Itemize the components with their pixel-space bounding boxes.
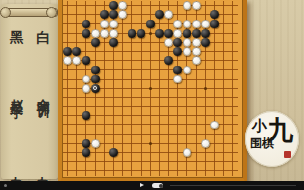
intersection-o11 [192, 93, 201, 102]
intersection-e18 [100, 157, 109, 166]
intersection-f1 [109, 1, 118, 10]
intersection-a11 [63, 93, 72, 102]
intersection-f17 [109, 148, 118, 157]
intersection-c5 [81, 38, 90, 47]
intersection-n5 [182, 38, 191, 47]
intersection-s1 [228, 1, 237, 10]
intersection-l14 [164, 120, 173, 129]
intersection-o12 [192, 102, 201, 111]
intersection-a16 [63, 139, 72, 148]
intersection-q13 [210, 111, 219, 120]
intersection-f2 [109, 10, 118, 19]
intersection-g18 [118, 157, 127, 166]
intersection-j16 [146, 139, 155, 148]
intersection-j7 [146, 56, 155, 65]
intersection-l15 [164, 130, 173, 139]
intersection-n4 [182, 29, 191, 38]
intersection-g13 [118, 111, 127, 120]
intersection-c16 [81, 139, 90, 148]
intersection-a10 [63, 84, 72, 93]
intersection-e15 [100, 130, 109, 139]
intersection-r19 [219, 166, 228, 175]
stone-black [82, 29, 91, 38]
intersection-j14 [146, 120, 155, 129]
stone-white [183, 20, 192, 29]
intersection-b11 [72, 93, 81, 102]
intersection-d6 [91, 47, 100, 56]
intersection-l13 [164, 111, 173, 120]
stone-white [173, 20, 182, 29]
intersection-c17 [81, 148, 90, 157]
stone-white [183, 1, 192, 10]
intersection-m1 [173, 1, 182, 10]
intersection-l9 [164, 75, 173, 84]
intersection-s13 [228, 111, 237, 120]
intersection-b15 [72, 130, 81, 139]
stone-black [155, 29, 164, 38]
stone-black [155, 10, 164, 19]
stone-black [173, 47, 182, 56]
intersection-m14 [173, 120, 182, 129]
intersection-o19 [192, 166, 201, 175]
intersection-q2 [210, 10, 219, 19]
intersection-j8 [146, 65, 155, 74]
intersection-n8 [182, 65, 191, 74]
intersection-m16 [173, 139, 182, 148]
intersection-f10 [109, 84, 118, 93]
intersection-p14 [201, 120, 210, 129]
intersection-a5 [63, 38, 72, 47]
stone-white [201, 139, 210, 148]
intersection-b5 [72, 38, 81, 47]
intersection-g19 [118, 166, 127, 175]
stone-black [100, 10, 109, 19]
logo-char-small: 小 [252, 117, 267, 136]
intersection-i16 [137, 139, 146, 148]
intersection-e11 [100, 93, 109, 102]
intersection-h16 [127, 139, 136, 148]
intersection-g9 [118, 75, 127, 84]
intersection-a4 [63, 29, 72, 38]
intersection-h8 [127, 65, 136, 74]
intersection-p4 [201, 29, 210, 38]
intersection-b2 [72, 10, 81, 19]
intersection-a19 [63, 166, 72, 175]
intersection-h3 [127, 19, 136, 28]
intersection-n6 [182, 47, 191, 56]
intersection-f18 [109, 157, 118, 166]
stone-white [183, 148, 192, 157]
stone-white [192, 38, 201, 47]
intersection-k9 [155, 75, 164, 84]
intersection-r7 [219, 56, 228, 65]
intersection-o4 [192, 29, 201, 38]
intersection-o16 [192, 139, 201, 148]
intersection-f3 [109, 19, 118, 28]
intersection-m6 [173, 47, 182, 56]
intersection-g5 [118, 38, 127, 47]
stone-black [109, 1, 118, 10]
intersection-s11 [228, 93, 237, 102]
intersection-c1 [81, 1, 90, 10]
intersection-e7 [100, 56, 109, 65]
intersection-e10 [100, 84, 109, 93]
intersection-i13 [137, 111, 146, 120]
intersection-r11 [219, 93, 228, 102]
stone-white [173, 75, 182, 84]
intersection-c3 [81, 19, 90, 28]
intersection-i19 [137, 166, 146, 175]
intersection-j17 [146, 148, 155, 157]
intersection-q18 [210, 157, 219, 166]
intersection-r17 [219, 148, 228, 157]
intersection-h11 [127, 93, 136, 102]
intersection-j2 [146, 10, 155, 19]
intersection-j3 [146, 19, 155, 28]
intersection-b8 [72, 65, 81, 74]
stone-black-last-move [91, 84, 100, 93]
channel-logo: 小 九 围棋 [245, 111, 299, 167]
logo-seal-stamp [284, 151, 291, 158]
intersection-s9 [228, 75, 237, 84]
stone-black [91, 38, 100, 47]
stone-black [210, 10, 219, 19]
intersection-k10 [155, 84, 164, 93]
intersection-h1 [127, 1, 136, 10]
intersection-c14 [81, 120, 90, 129]
scroll-rod-cap-right [46, 7, 57, 18]
intersection-e19 [100, 166, 109, 175]
intersection-r8 [219, 65, 228, 74]
intersection-b6 [72, 47, 81, 56]
progress-bar[interactable] [170, 185, 296, 186]
intersection-k12 [155, 102, 164, 111]
intersection-q7 [210, 56, 219, 65]
stone-black [91, 75, 100, 84]
intersection-a7 [63, 56, 72, 65]
intersection-p3 [201, 19, 210, 28]
black-player-name: 赵晨宇 [7, 88, 25, 97]
intersection-h4 [127, 29, 136, 38]
intersection-q16 [210, 139, 219, 148]
scroll-rod-cap-left [0, 7, 11, 18]
intersection-c13 [81, 111, 90, 120]
intersection-r18 [219, 157, 228, 166]
intersection-q14 [210, 120, 219, 129]
stone-white [91, 139, 100, 148]
intersection-e16 [100, 139, 109, 148]
stone-black [82, 148, 91, 157]
stone-white [192, 1, 201, 10]
intersection-m3 [173, 19, 182, 28]
intersection-h9 [127, 75, 136, 84]
intersection-p16 [201, 139, 210, 148]
stone-black [63, 47, 72, 56]
intersection-o1 [192, 1, 201, 10]
intersection-e5 [100, 38, 109, 47]
intersection-g10 [118, 84, 127, 93]
intersection-i14 [137, 120, 146, 129]
intersection-h19 [127, 166, 136, 175]
intersection-d4 [91, 29, 100, 38]
intersection-c7 [81, 56, 90, 65]
intersection-a6 [63, 47, 72, 56]
intersection-d9 [91, 75, 100, 84]
intersection-p1 [201, 1, 210, 10]
intersection-l12 [164, 102, 173, 111]
intersection-m19 [173, 166, 182, 175]
intersection-o17 [192, 148, 201, 157]
player-names: 黑 赵晨宇 九段 白 金明训 九段 [3, 19, 56, 171]
intersection-a12 [63, 102, 72, 111]
intersection-h14 [127, 120, 136, 129]
intersection-m13 [173, 111, 182, 120]
intersection-i10 [137, 84, 146, 93]
intersection-s10 [228, 84, 237, 93]
black-player-column: 黑 赵晨宇 九段 [7, 19, 25, 171]
stone-white [183, 66, 192, 75]
intersection-g16 [118, 139, 127, 148]
intersection-l19 [164, 166, 173, 175]
intersection-g4 [118, 29, 127, 38]
intersection-c9 [81, 75, 90, 84]
stone-black [192, 29, 201, 38]
stone-white [100, 20, 109, 29]
stone-white [192, 56, 201, 65]
stone-black [210, 20, 219, 29]
stone-black [146, 20, 155, 29]
intersection-d16 [91, 139, 100, 148]
intersection-i17 [137, 148, 146, 157]
intersection-m2 [173, 10, 182, 19]
intersection-m10 [173, 84, 182, 93]
stone-white [118, 1, 127, 10]
intersection-m11 [173, 93, 182, 102]
intersection-l17 [164, 148, 173, 157]
stone-white [91, 29, 100, 38]
intersection-i2 [137, 10, 146, 19]
intersection-k14 [155, 120, 164, 129]
intersection-r3 [219, 19, 228, 28]
intersection-r15 [219, 130, 228, 139]
intersection-q9 [210, 75, 219, 84]
stone-black [109, 10, 118, 19]
stone-black [173, 66, 182, 75]
intersection-g7 [118, 56, 127, 65]
intersection-d19 [91, 166, 100, 175]
intersection-j11 [146, 93, 155, 102]
intersection-q4 [210, 29, 219, 38]
intersection-d3 [91, 19, 100, 28]
intersection-d1 [91, 1, 100, 10]
logo-sub-text: 围棋 [250, 137, 276, 150]
intersection-g1 [118, 1, 127, 10]
intersection-g3 [118, 19, 127, 28]
intersection-n14 [182, 120, 191, 129]
intersection-s6 [228, 47, 237, 56]
intersection-r4 [219, 29, 228, 38]
intersection-g17 [118, 148, 127, 157]
intersection-a18 [63, 157, 72, 166]
intersection-g2 [118, 10, 127, 19]
intersection-b3 [72, 19, 81, 28]
intersection-a1 [63, 1, 72, 10]
intersection-h2 [127, 10, 136, 19]
intersection-d8 [91, 65, 100, 74]
intersection-l3 [164, 19, 173, 28]
intersection-d10 [91, 84, 100, 93]
intersection-f12 [109, 102, 118, 111]
intersection-e4 [100, 29, 109, 38]
intersection-m7 [173, 56, 182, 65]
intersection-n15 [182, 130, 191, 139]
intersection-p11 [201, 93, 210, 102]
intersection-a17 [63, 148, 72, 157]
stone-white [118, 10, 127, 19]
intersection-s2 [228, 10, 237, 19]
intersection-k4 [155, 29, 164, 38]
intersection-d14 [91, 120, 100, 129]
intersection-s14 [228, 120, 237, 129]
intersection-i11 [137, 93, 146, 102]
intersection-b18 [72, 157, 81, 166]
intersection-q11 [210, 93, 219, 102]
intersection-k5 [155, 38, 164, 47]
intersection-q19 [210, 166, 219, 175]
intersection-i9 [137, 75, 146, 84]
intersection-p18 [201, 157, 210, 166]
intersection-s12 [228, 102, 237, 111]
intersection-k3 [155, 19, 164, 28]
intersection-e9 [100, 75, 109, 84]
intersection-p17 [201, 148, 210, 157]
intersection-m17 [173, 148, 182, 157]
intersection-o18 [192, 157, 201, 166]
intersection-d13 [91, 111, 100, 120]
intersection-l5 [164, 38, 173, 47]
intersection-k17 [155, 148, 164, 157]
intersection-e1 [100, 1, 109, 10]
intersection-d5 [91, 38, 100, 47]
intersection-j10 [146, 84, 155, 93]
intersection-j12 [146, 102, 155, 111]
intersection-p5 [201, 38, 210, 47]
intersection-p6 [201, 47, 210, 56]
intersection-l11 [164, 93, 173, 102]
intersection-j6 [146, 47, 155, 56]
stone-white [82, 75, 91, 84]
stone-black [164, 56, 173, 65]
intersection-q5 [210, 38, 219, 47]
intersection-c12 [81, 102, 90, 111]
stone-black [137, 29, 146, 38]
intersection-b19 [72, 166, 81, 175]
intersection-k15 [155, 130, 164, 139]
play-icon[interactable] [140, 183, 144, 187]
intersection-g12 [118, 102, 127, 111]
intersection-i4 [137, 29, 146, 38]
intersection-m12 [173, 102, 182, 111]
intersection-a9 [63, 75, 72, 84]
intersection-n12 [182, 102, 191, 111]
intersection-c18 [81, 157, 90, 166]
intersection-d15 [91, 130, 100, 139]
intersection-f4 [109, 29, 118, 38]
intersection-l16 [164, 139, 173, 148]
intersection-h18 [127, 157, 136, 166]
video-control-bar[interactable] [0, 181, 304, 190]
intersection-d7 [91, 56, 100, 65]
stone-black [82, 111, 91, 120]
intersection-e6 [100, 47, 109, 56]
intersection-b7 [72, 56, 81, 65]
intersection-r2 [219, 10, 228, 19]
intersection-c2 [81, 10, 90, 19]
intersection-s18 [228, 157, 237, 166]
intersection-j5 [146, 38, 155, 47]
toggle-switch[interactable] [152, 183, 163, 188]
intersection-s4 [228, 29, 237, 38]
intersection-o5 [192, 38, 201, 47]
stone-white [164, 10, 173, 19]
intersection-s15 [228, 130, 237, 139]
intersection-j15 [146, 130, 155, 139]
intersection-p8 [201, 65, 210, 74]
intersection-j9 [146, 75, 155, 84]
intersection-i3 [137, 19, 146, 28]
intersection-i7 [137, 56, 146, 65]
intersection-f11 [109, 93, 118, 102]
intersection-f14 [109, 120, 118, 129]
intersection-d18 [91, 157, 100, 166]
intersection-s8 [228, 65, 237, 74]
intersection-e3 [100, 19, 109, 28]
stone-black [128, 29, 137, 38]
intersection-o6 [192, 47, 201, 56]
white-player-name: 金明训 [34, 88, 52, 97]
intersection-o7 [192, 56, 201, 65]
intersection-b12 [72, 102, 81, 111]
intersection-b4 [72, 29, 81, 38]
stone-white [100, 29, 109, 38]
stone-white [183, 47, 192, 56]
intersection-n13 [182, 111, 191, 120]
intersection-m18 [173, 157, 182, 166]
intersection-q3 [210, 19, 219, 28]
intersection-k13 [155, 111, 164, 120]
intersection-k7 [155, 56, 164, 65]
white-player-rank: 九段 [34, 165, 52, 171]
intersection-n1 [182, 1, 191, 10]
intersection-f9 [109, 75, 118, 84]
intersection-n2 [182, 10, 191, 19]
intersection-l4 [164, 29, 173, 38]
intersection-o2 [192, 10, 201, 19]
intersection-n18 [182, 157, 191, 166]
intersection-j1 [146, 1, 155, 10]
intersection-j19 [146, 166, 155, 175]
intersection-n16 [182, 139, 191, 148]
intersection-k2 [155, 10, 164, 19]
intersection-r5 [219, 38, 228, 47]
intersection-h13 [127, 111, 136, 120]
intersection-s5 [228, 38, 237, 47]
intersection-k16 [155, 139, 164, 148]
intersection-d12 [91, 102, 100, 111]
intersection-s16 [228, 139, 237, 148]
stone-black [109, 148, 118, 157]
intersection-g11 [118, 93, 127, 102]
